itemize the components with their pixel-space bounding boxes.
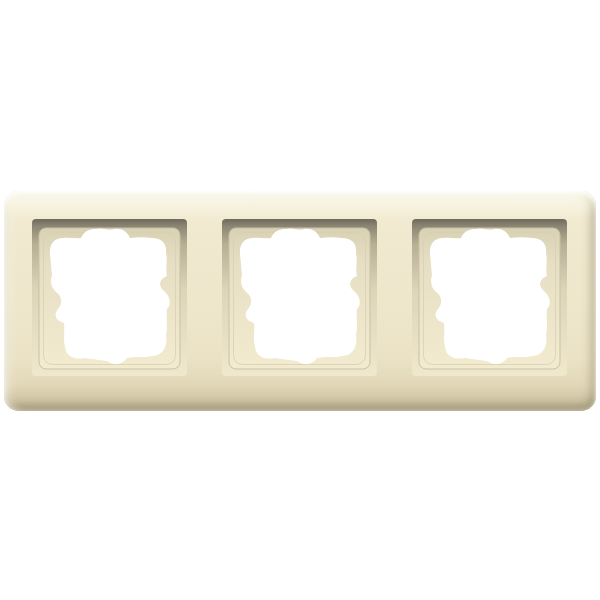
window-cutout-graphic <box>32 219 187 376</box>
window-cutout-graphic <box>222 219 377 376</box>
frame-window-2 <box>222 219 377 376</box>
switch-frame <box>4 191 596 411</box>
product-photo <box>0 0 600 600</box>
frame-window-3 <box>412 219 567 376</box>
frame-window-1 <box>32 219 187 376</box>
window-cutout-graphic <box>412 219 567 376</box>
